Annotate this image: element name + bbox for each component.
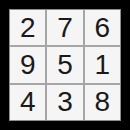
magic-square-board: 2 7 6 9 5 1 4 3 8 — [9, 9, 121, 121]
cell-r1c0[interactable]: 9 — [10, 47, 45, 82]
cell-r2c1[interactable]: 3 — [47, 85, 82, 120]
cell-r2c0[interactable]: 4 — [10, 85, 45, 120]
cell-r2c2[interactable]: 8 — [85, 85, 120, 120]
cell-r1c2[interactable]: 1 — [85, 47, 120, 82]
background: 2 7 6 9 5 1 4 3 8 — [0, 0, 130, 130]
cell-r1c1[interactable]: 5 — [47, 47, 82, 82]
cell-r0c1[interactable]: 7 — [47, 10, 82, 45]
cell-r0c2[interactable]: 6 — [85, 10, 120, 45]
cell-r0c0[interactable]: 2 — [10, 10, 45, 45]
